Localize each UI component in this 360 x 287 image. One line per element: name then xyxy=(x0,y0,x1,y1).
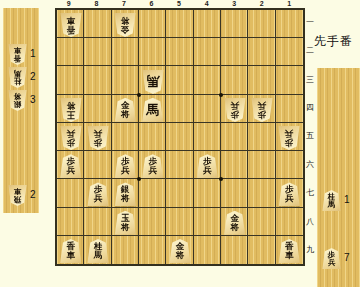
sente-hand-count-pawn: 7 xyxy=(344,252,350,263)
board-cell-4-9[interactable] xyxy=(194,236,221,264)
board-cell-5-6[interactable] xyxy=(166,151,193,179)
board-cell-8-1[interactable] xyxy=(84,10,111,38)
board-cell-3-5[interactable] xyxy=(221,123,248,151)
board-cell-4-1[interactable] xyxy=(194,10,221,38)
board-cell-2-3[interactable] xyxy=(248,66,275,94)
file-label-4: 4 xyxy=(193,0,221,8)
board-cell-1-8[interactable] xyxy=(276,208,303,236)
file-label-6: 6 xyxy=(138,0,166,8)
piece-gote-pawn[interactable]: 歩兵 xyxy=(87,126,109,150)
board-cell-4-2[interactable] xyxy=(194,38,221,66)
gote-hand-count-silver: 3 xyxy=(30,94,36,105)
board-cell-7-2[interactable] xyxy=(112,38,139,66)
board-cell-3-3[interactable] xyxy=(221,66,248,94)
star-point xyxy=(219,93,223,97)
board-cell-3-1[interactable] xyxy=(221,10,248,38)
sente-hand-stand: 桂馬1歩兵7 xyxy=(317,68,360,287)
board-cell-6-1[interactable] xyxy=(139,10,166,38)
board-cell-9-7[interactable] xyxy=(57,179,84,207)
board-cell-2-5[interactable] xyxy=(248,123,275,151)
board-cell-7-3[interactable] xyxy=(112,66,139,94)
board-cell-1-6[interactable] xyxy=(276,151,303,179)
rank-label-4: 四 xyxy=(304,93,316,121)
gote-hand-count-rook: 2 xyxy=(30,189,36,200)
board-cell-4-5[interactable] xyxy=(194,123,221,151)
board-cell-3-7[interactable] xyxy=(221,179,248,207)
rank-label-5: 五 xyxy=(304,122,316,150)
board-cell-2-1[interactable] xyxy=(248,10,275,38)
piece-sente-gold[interactable]: 金将 xyxy=(224,211,246,235)
piece-gote-knight[interactable]: 桂馬 xyxy=(8,67,27,88)
board-cell-6-5[interactable] xyxy=(139,123,166,151)
rank-label-9: 九 xyxy=(304,236,316,264)
shogi-board: 香車金将馬王将金将馬歩兵歩兵歩兵歩兵歩兵歩兵歩兵歩兵歩兵歩兵銀将歩兵玉将金将香車… xyxy=(55,8,305,266)
board-cell-2-8[interactable] xyxy=(248,208,275,236)
file-label-1: 1 xyxy=(276,0,304,8)
shogi-diagram: 987654321 一二三四五六七八九 先手番 香車1桂馬2銀将3飛車2 香車金… xyxy=(0,0,360,287)
board-cell-5-3[interactable] xyxy=(166,66,193,94)
board-cell-5-5[interactable] xyxy=(166,123,193,151)
board-cell-1-4[interactable] xyxy=(276,95,303,123)
piece-sente-pawn[interactable]: 歩兵 xyxy=(87,182,109,206)
board-cell-9-8[interactable] xyxy=(57,208,84,236)
board-cell-6-9[interactable] xyxy=(139,236,166,264)
star-point xyxy=(219,177,223,181)
board-cell-4-8[interactable] xyxy=(194,208,221,236)
file-label-7: 7 xyxy=(110,0,138,8)
board-cell-7-9[interactable] xyxy=(112,236,139,264)
board-cell-5-2[interactable] xyxy=(166,38,193,66)
board-cell-4-3[interactable] xyxy=(194,66,221,94)
board-cell-9-2[interactable] xyxy=(57,38,84,66)
file-labels: 987654321 xyxy=(55,0,303,8)
board-cell-6-2[interactable] xyxy=(139,38,166,66)
piece-sente-king[interactable]: 玉将 xyxy=(114,211,136,235)
board-cell-6-8[interactable] xyxy=(139,208,166,236)
board-cell-2-6[interactable] xyxy=(248,151,275,179)
piece-sente-pawn[interactable]: 歩兵 xyxy=(60,154,82,178)
board-cell-1-1[interactable] xyxy=(276,10,303,38)
board-cell-3-2[interactable] xyxy=(221,38,248,66)
board-cell-8-4[interactable] xyxy=(84,95,111,123)
board-cell-2-7[interactable] xyxy=(248,179,275,207)
board-cell-3-9[interactable] xyxy=(221,236,248,264)
board-cell-2-9[interactable] xyxy=(248,236,275,264)
gote-hand-count-lance: 1 xyxy=(30,48,36,59)
board-cell-4-7[interactable] xyxy=(194,179,221,207)
piece-gote-pawn[interactable]: 歩兵 xyxy=(251,98,273,122)
piece-sente-pawn[interactable]: 歩兵 xyxy=(114,154,136,178)
board-cell-5-8[interactable] xyxy=(166,208,193,236)
file-label-2: 2 xyxy=(248,0,276,8)
board-cell-4-4[interactable] xyxy=(194,95,221,123)
piece-gote-silver[interactable]: 銀将 xyxy=(8,90,27,111)
piece-sente-knight[interactable]: 桂馬 xyxy=(87,239,109,263)
file-label-8: 8 xyxy=(83,0,111,8)
board-cell-9-3[interactable] xyxy=(57,66,84,94)
piece-sente-gold[interactable]: 金将 xyxy=(114,98,136,122)
file-label-5: 5 xyxy=(165,0,193,8)
piece-sente-pawn[interactable]: 歩兵 xyxy=(142,154,164,178)
file-label-9: 9 xyxy=(55,0,83,8)
piece-sente-lance[interactable]: 香車 xyxy=(60,239,82,263)
board-cell-1-3[interactable] xyxy=(276,66,303,94)
board-cell-8-8[interactable] xyxy=(84,208,111,236)
board-cell-7-5[interactable] xyxy=(112,123,139,151)
piece-sente-pawn[interactable]: 歩兵 xyxy=(322,248,341,269)
board-cell-8-6[interactable] xyxy=(84,151,111,179)
board-cell-1-2[interactable] xyxy=(276,38,303,66)
sente-hand-count-knight: 1 xyxy=(344,194,350,205)
gote-hand-stand: 香車1桂馬2銀将3飛車2 xyxy=(3,8,39,213)
piece-sente-silver[interactable]: 銀将 xyxy=(114,182,136,206)
rank-label-6: 六 xyxy=(304,150,316,178)
board-cell-6-7[interactable] xyxy=(139,179,166,207)
piece-sente-knight[interactable]: 桂馬 xyxy=(322,190,341,211)
star-point xyxy=(137,177,141,181)
board-cell-5-1[interactable] xyxy=(166,10,193,38)
board-cell-8-2[interactable] xyxy=(84,38,111,66)
turn-indicator: 先手番 xyxy=(314,33,360,50)
gote-hand-count-knight: 2 xyxy=(30,71,36,82)
board-cell-8-3[interactable] xyxy=(84,66,111,94)
star-point xyxy=(137,93,141,97)
piece-sente-gold[interactable]: 金将 xyxy=(169,239,191,263)
board-cell-5-7[interactable] xyxy=(166,179,193,207)
rank-label-3: 三 xyxy=(304,65,316,93)
piece-sente-pawn[interactable]: 歩兵 xyxy=(196,154,218,178)
board-cell-3-6[interactable] xyxy=(221,151,248,179)
file-label-3: 3 xyxy=(220,0,248,8)
rank-label-7: 七 xyxy=(304,179,316,207)
piece-gote-lance[interactable]: 香車 xyxy=(8,44,27,65)
board-cell-5-4[interactable] xyxy=(166,95,193,123)
piece-sente-promoted-bishop[interactable]: 馬 xyxy=(142,98,164,122)
piece-gote-rook[interactable]: 飛車 xyxy=(8,185,27,206)
board-cell-2-2[interactable] xyxy=(248,38,275,66)
rank-label-8: 八 xyxy=(304,207,316,235)
